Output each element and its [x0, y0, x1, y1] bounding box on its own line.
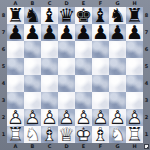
square-h1[interactable]: ♜♖ — [126, 126, 143, 143]
square-h6[interactable] — [126, 41, 143, 58]
corner-marker — [144, 144, 149, 149]
piece-black-pawn[interactable]: ♟ — [92, 24, 109, 41]
square-d4[interactable] — [58, 75, 75, 92]
square-b7[interactable]: ♟ — [24, 24, 41, 41]
coord-rank-8-right: 8 — [143, 7, 150, 24]
square-g6[interactable] — [109, 41, 126, 58]
piece-white-knight[interactable]: ♞♘ — [24, 126, 41, 143]
coord-file-c-top: c — [41, 1, 58, 6]
coord-file-c-bottom: c — [41, 144, 58, 149]
square-h4[interactable] — [126, 75, 143, 92]
square-d7[interactable]: ♟ — [58, 24, 75, 41]
piece-black-pawn[interactable]: ♟ — [126, 24, 143, 41]
piece-black-pawn[interactable]: ♟ — [24, 24, 41, 41]
square-b6[interactable] — [24, 41, 41, 58]
coord-rank-6-left: 6 — [0, 41, 7, 58]
coord-file-h-top: h — [126, 1, 143, 6]
coord-rank-3-left: 3 — [0, 92, 7, 109]
piece-white-rook[interactable]: ♜♖ — [7, 126, 24, 143]
square-f4[interactable] — [92, 75, 109, 92]
coord-file-d-bottom: d — [58, 144, 75, 149]
board-frame: ♜♞♝♛♚♝♞♜♟♟♟♟♟♟♟♟♟♙♟♙♟♙♟♙♟♙♟♙♟♙♟♙♜♖♞♘♝♗♛♕… — [0, 0, 150, 150]
square-g7[interactable]: ♟ — [109, 24, 126, 41]
coord-rank-7-left: 7 — [0, 24, 7, 41]
square-c5[interactable] — [41, 58, 58, 75]
square-a4[interactable] — [7, 75, 24, 92]
chess-board: ♜♞♝♛♚♝♞♜♟♟♟♟♟♟♟♟♟♙♟♙♟♙♟♙♟♙♟♙♟♙♟♙♜♖♞♘♝♗♛♕… — [7, 7, 143, 143]
piece-white-king[interactable]: ♚♔ — [75, 126, 92, 143]
square-e5[interactable] — [75, 58, 92, 75]
piece-white-bishop[interactable]: ♝♗ — [92, 126, 109, 143]
coord-file-e-bottom: e — [75, 144, 92, 149]
coord-rank-6-right: 6 — [143, 41, 150, 58]
coord-file-a-bottom: a — [7, 144, 24, 149]
square-f7[interactable]: ♟ — [92, 24, 109, 41]
piece-black-pawn[interactable]: ♟ — [75, 24, 92, 41]
white-piece-outline-glyph: ♗ — [41, 126, 58, 143]
square-f6[interactable] — [92, 41, 109, 58]
piece-black-pawn[interactable]: ♟ — [7, 24, 24, 41]
square-c4[interactable] — [41, 75, 58, 92]
square-a6[interactable] — [7, 41, 24, 58]
piece-black-pawn[interactable]: ♟ — [58, 24, 75, 41]
white-piece-outline-glyph: ♘ — [109, 126, 126, 143]
coord-file-b-bottom: b — [24, 144, 41, 149]
coord-rank-4-left: 4 — [0, 75, 7, 92]
coord-rank-3-right: 3 — [143, 92, 150, 109]
square-d6[interactable] — [58, 41, 75, 58]
square-c7[interactable]: ♟ — [41, 24, 58, 41]
coord-rank-1-right: 1 — [143, 126, 150, 143]
square-g4[interactable] — [109, 75, 126, 92]
white-piece-outline-glyph: ♗ — [92, 126, 109, 143]
square-d1[interactable]: ♛♕ — [58, 126, 75, 143]
square-a5[interactable] — [7, 58, 24, 75]
coord-rank-7-right: 7 — [143, 24, 150, 41]
coord-file-d-top: d — [58, 1, 75, 6]
square-e4[interactable] — [75, 75, 92, 92]
square-e1[interactable]: ♚♔ — [75, 126, 92, 143]
white-piece-outline-glyph: ♔ — [75, 126, 92, 143]
white-piece-outline-glyph: ♕ — [58, 126, 75, 143]
square-f1[interactable]: ♝♗ — [92, 126, 109, 143]
square-c6[interactable] — [41, 41, 58, 58]
coord-file-f-top: f — [92, 1, 109, 6]
piece-white-knight[interactable]: ♞♘ — [109, 126, 126, 143]
coord-rank-2-left: 2 — [0, 109, 7, 126]
square-d5[interactable] — [58, 58, 75, 75]
coord-file-b-top: b — [24, 1, 41, 6]
square-a1[interactable]: ♜♖ — [7, 126, 24, 143]
coord-file-f-bottom: f — [92, 144, 109, 149]
square-c1[interactable]: ♝♗ — [41, 126, 58, 143]
piece-white-queen[interactable]: ♛♕ — [58, 126, 75, 143]
square-g1[interactable]: ♞♘ — [109, 126, 126, 143]
square-b1[interactable]: ♞♘ — [24, 126, 41, 143]
white-piece-outline-glyph: ♘ — [24, 126, 41, 143]
coord-rank-2-right: 2 — [143, 109, 150, 126]
coord-rank-8-left: 8 — [0, 7, 7, 24]
square-h7[interactable]: ♟ — [126, 24, 143, 41]
coord-rank-1-left: 1 — [0, 126, 7, 143]
white-piece-outline-glyph: ♖ — [126, 126, 143, 143]
square-e7[interactable]: ♟ — [75, 24, 92, 41]
coord-file-e-top: e — [75, 1, 92, 6]
coord-rank-5-left: 5 — [0, 58, 7, 75]
coord-file-h-bottom: h — [126, 144, 143, 149]
white-piece-outline-glyph: ♖ — [7, 126, 24, 143]
corner-marker-dot — [147, 147, 149, 149]
coord-file-g-top: g — [109, 1, 126, 6]
square-h5[interactable] — [126, 58, 143, 75]
square-e6[interactable] — [75, 41, 92, 58]
piece-white-bishop[interactable]: ♝♗ — [41, 126, 58, 143]
coord-rank-4-right: 4 — [143, 75, 150, 92]
coord-file-g-bottom: g — [109, 144, 126, 149]
coord-file-a-top: a — [7, 1, 24, 6]
square-b4[interactable] — [24, 75, 41, 92]
piece-black-pawn[interactable]: ♟ — [109, 24, 126, 41]
coord-rank-5-right: 5 — [143, 58, 150, 75]
square-f5[interactable] — [92, 58, 109, 75]
square-b5[interactable] — [24, 58, 41, 75]
square-g5[interactable] — [109, 58, 126, 75]
piece-white-rook[interactable]: ♜♖ — [126, 126, 143, 143]
piece-black-pawn[interactable]: ♟ — [41, 24, 58, 41]
square-a7[interactable]: ♟ — [7, 24, 24, 41]
